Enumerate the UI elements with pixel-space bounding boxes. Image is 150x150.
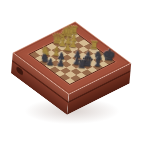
camera-tilt-wrapper: ♜♜♚♟♝♟♟♛♟♟♝♞♚♞♟♝♟♛♟♜♟♟♞♟: [0, 0, 150, 150]
piece-pewter-pawn: ♟: [46, 58, 55, 68]
chess-set-photo: ♜♜♚♟♝♟♟♛♟♟♝♞♚♞♟♝♟♛♟♜♟♟♞♟: [0, 0, 150, 150]
pieces-layer: ♜♜♚♟♝♟♟♛♟♟♝♞♚♞♟♝♟♛♟♜♟♟♞♟: [0, 0, 150, 150]
piece-pewter-rook: ♜: [77, 59, 88, 71]
piece-pewter-pawn: ♟: [56, 59, 65, 69]
